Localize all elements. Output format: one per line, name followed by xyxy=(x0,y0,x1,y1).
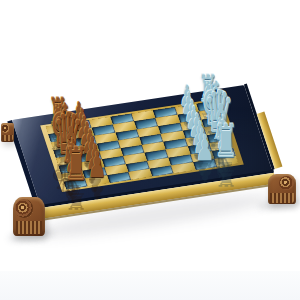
scroll-foot-back-left xyxy=(1,123,14,142)
scroll-foot-front-left xyxy=(13,197,45,236)
scroll-foot-front-right xyxy=(268,174,296,204)
background-gradient xyxy=(0,271,300,300)
chess-set-photo: ♜♜♟♟♟♟♜♜♞♞♟♟♟♟♞♞♝♝♟♟♟♟♝♝♛♛♟♟♟♟♛♛♚♚♟♟♟♟♚♚… xyxy=(0,0,300,300)
